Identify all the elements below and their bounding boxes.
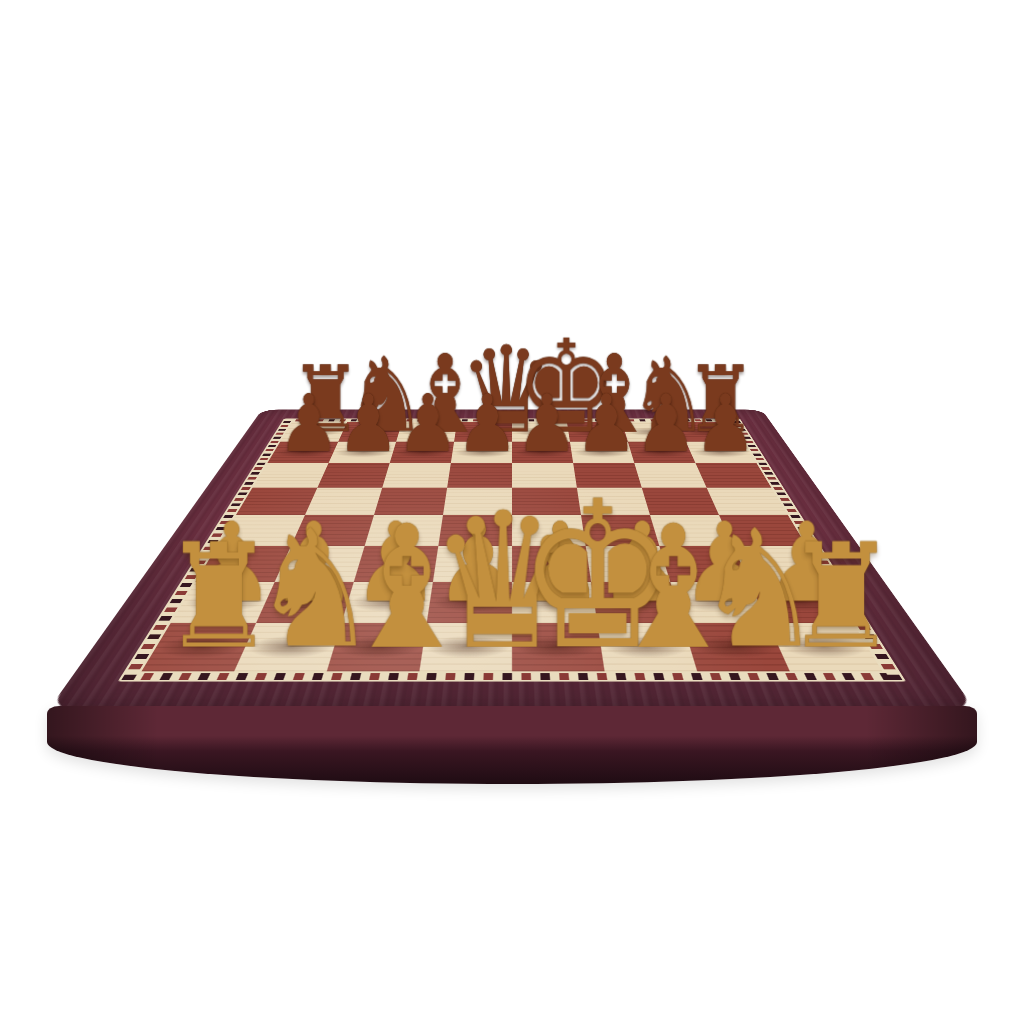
square-c8[interactable] bbox=[396, 422, 457, 441]
square-h7[interactable] bbox=[686, 442, 757, 464]
square-b8[interactable] bbox=[338, 422, 402, 441]
piece-white-knight[interactable]: ♞ bbox=[250, 484, 329, 646]
white-knight-icon: ♞ bbox=[694, 509, 773, 671]
chessboard: ♜♞♝♛♚♝♞♜♟♟♟♟♟♟♟♟♟♟♟♟♟♟♟♟♜♞♝♛♚♝♞♜ bbox=[47, 409, 976, 711]
piece-white-knight[interactable]: ♞ bbox=[694, 484, 773, 646]
white-rook-icon: ♜ bbox=[783, 524, 862, 668]
piece-white-bishop[interactable]: ♝ bbox=[339, 476, 418, 646]
square-f8[interactable] bbox=[567, 422, 628, 441]
square-b7[interactable] bbox=[328, 442, 396, 464]
piece-white-rook[interactable]: ♜ bbox=[161, 502, 240, 646]
white-bishop-icon: ♝ bbox=[339, 502, 418, 672]
piece-white-queen[interactable]: ♛ bbox=[428, 458, 507, 646]
white-knight-icon: ♞ bbox=[250, 509, 329, 671]
photo-scene: ♜♞♝♛♚♝♞♜♟♟♟♟♟♟♟♟♟♟♟♟♟♟♟♟♜♞♝♛♚♝♞♜ bbox=[0, 0, 1024, 1024]
square-e8[interactable] bbox=[512, 422, 570, 441]
square-h8[interactable] bbox=[677, 422, 744, 441]
piece-white-rook[interactable]: ♜ bbox=[783, 502, 862, 646]
white-king-icon: ♚ bbox=[517, 473, 596, 676]
square-g8[interactable] bbox=[622, 422, 686, 441]
piece-white-king[interactable]: ♚ bbox=[517, 443, 596, 646]
board-front-edge bbox=[47, 706, 977, 784]
square-a8[interactable] bbox=[280, 422, 347, 441]
white-rook-icon: ♜ bbox=[161, 524, 240, 668]
white-bishop-icon: ♝ bbox=[606, 502, 685, 672]
piece-white-bishop[interactable]: ♝ bbox=[606, 476, 685, 646]
square-a7[interactable] bbox=[267, 442, 338, 464]
square-d8[interactable] bbox=[454, 422, 512, 441]
white-queen-icon: ♛ bbox=[428, 487, 507, 675]
checker-strip-bottom bbox=[121, 673, 902, 680]
